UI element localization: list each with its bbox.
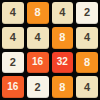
tile-r4c4: 4 — [76, 76, 98, 98]
tile-r2c1: 4 — [2, 27, 24, 49]
tile-r3c2: 16 — [27, 52, 49, 74]
tile-r4c2: 2 — [27, 76, 49, 98]
tile-r3c1: 2 — [2, 52, 24, 74]
tile-r2c4: 4 — [76, 27, 98, 49]
tile-r1c1: 4 — [2, 2, 24, 24]
tile-r2c3: 8 — [52, 27, 74, 49]
tile-r2c2: 4 — [27, 27, 49, 49]
tile-r1c3: 4 — [52, 2, 74, 24]
tile-r4c3: 8 — [52, 76, 74, 98]
tile-r3c4: 8 — [76, 52, 98, 74]
tile-r1c2: 8 — [27, 2, 49, 24]
tile-r3c3: 32 — [52, 52, 74, 74]
tile-r1c4: 2 — [76, 2, 98, 24]
tile-r4c1: 16 — [2, 76, 24, 98]
2048-board[interactable]: 4 8 4 2 4 4 8 4 2 16 32 8 16 2 8 4 — [0, 0, 100, 100]
